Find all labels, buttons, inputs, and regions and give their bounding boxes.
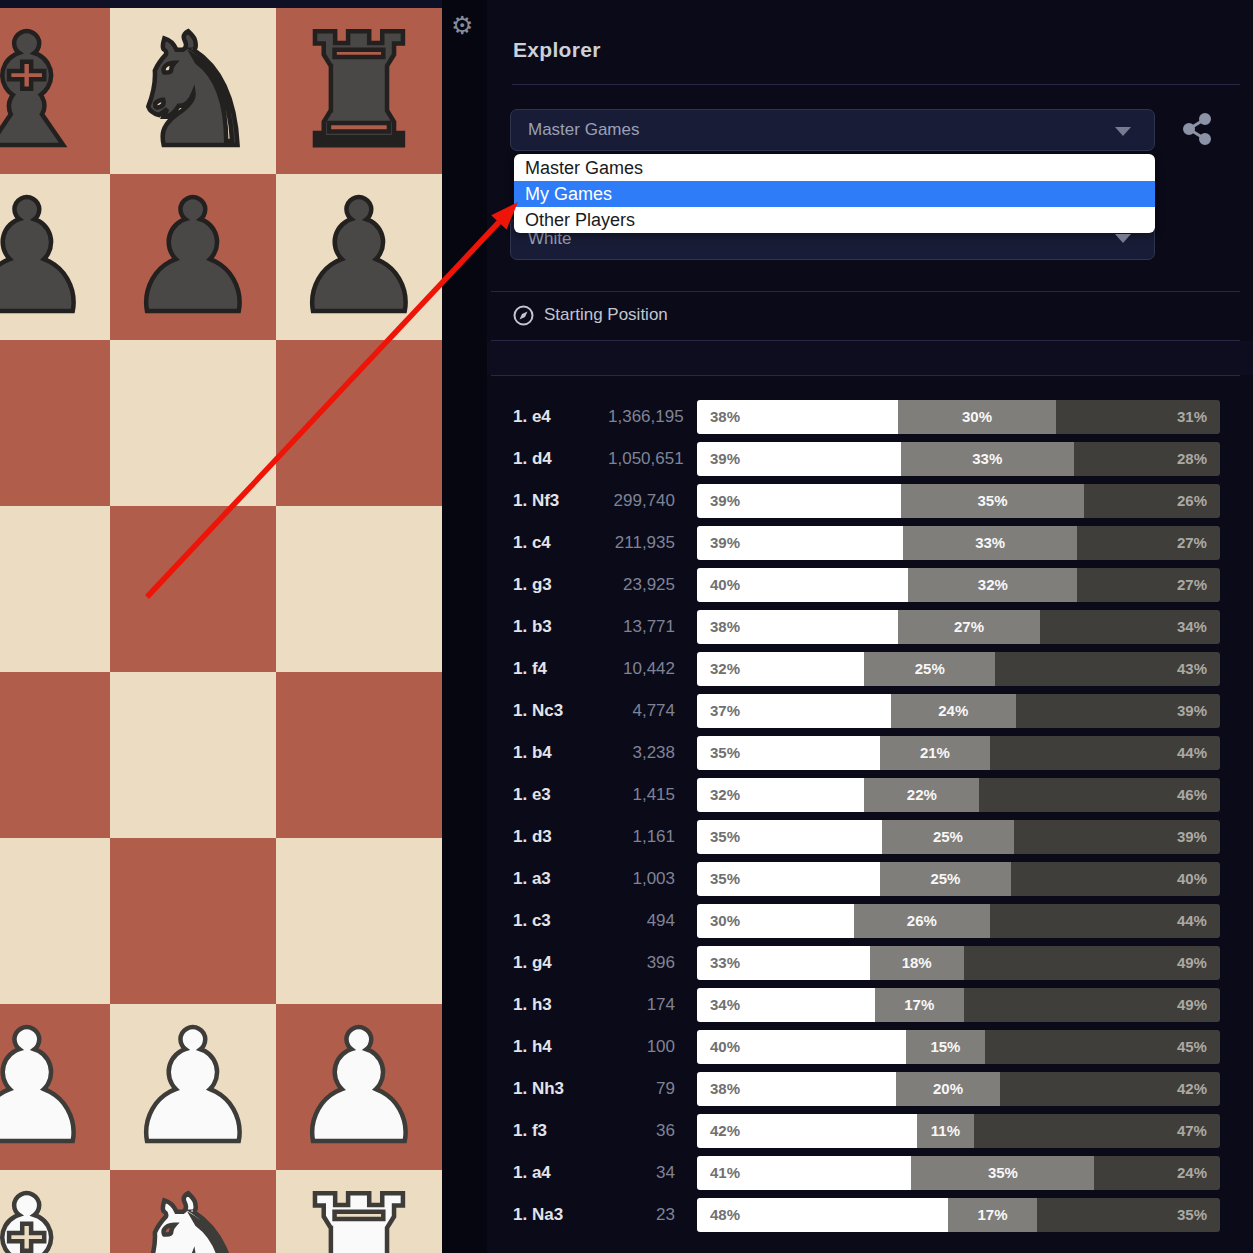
- dropdown-option-my-games[interactable]: My Games: [514, 181, 1155, 207]
- draw-segment: 11%: [917, 1114, 975, 1148]
- draw-segment: 25%: [864, 652, 995, 686]
- move-label: 1. a4: [513, 1163, 608, 1183]
- move-row-1c4[interactable]: 1. c4211,93539%33%27%: [487, 522, 1253, 564]
- move-label: 1. h4: [513, 1037, 608, 1057]
- games-count: 10,442: [608, 659, 675, 679]
- dropdown-option-master-games[interactable]: Master Games: [514, 155, 1155, 181]
- square-h2[interactable]: ♟: [276, 1004, 442, 1170]
- square-h6[interactable]: [276, 340, 442, 506]
- move-label: 1. e3: [513, 785, 608, 805]
- piece-black-pawn[interactable]: ♟: [123, 174, 263, 340]
- board-panel-gap: ⚙: [442, 0, 487, 1253]
- piece-white-pawn[interactable]: ♟: [123, 1004, 263, 1170]
- piece-black-pawn[interactable]: ♟: [0, 174, 97, 340]
- result-bar: 34%17%49%: [697, 988, 1220, 1022]
- result-bar: 38%30%31%: [697, 400, 1220, 434]
- result-bar: 40%32%27%: [697, 568, 1220, 602]
- games-count: 494: [608, 911, 675, 931]
- games-count: 1,161: [608, 827, 675, 847]
- black-win-segment: 31%: [1056, 400, 1220, 434]
- black-win-segment: 39%: [1016, 694, 1220, 728]
- square-f8[interactable]: ♝: [0, 8, 110, 174]
- games-count: 211,935: [608, 533, 675, 553]
- draw-segment: 17%: [948, 1198, 1037, 1232]
- source-select[interactable]: Master Games: [510, 109, 1155, 151]
- black-win-segment: 28%: [1074, 442, 1220, 476]
- move-row-1d3[interactable]: 1. d31,16135%25%39%: [487, 816, 1253, 858]
- square-f4[interactable]: [0, 672, 110, 838]
- white-win-segment: 48%: [697, 1198, 948, 1232]
- white-win-segment: 33%: [697, 946, 870, 980]
- white-win-segment: 40%: [697, 568, 908, 602]
- table-header-band: [487, 341, 1253, 375]
- games-count: 34: [608, 1163, 675, 1183]
- move-label: 1. g3: [513, 575, 608, 595]
- result-bar: 41%35%24%: [697, 1156, 1220, 1190]
- white-win-segment: 39%: [697, 526, 903, 560]
- square-f5[interactable]: [0, 506, 110, 672]
- move-label: 1. b3: [513, 617, 608, 637]
- white-win-segment: 40%: [697, 1030, 906, 1064]
- black-win-segment: 24%: [1094, 1156, 1220, 1190]
- square-h1[interactable]: ♜: [276, 1170, 442, 1253]
- black-win-segment: 35%: [1037, 1198, 1220, 1232]
- move-label: 1. d3: [513, 827, 608, 847]
- result-bar: 37%24%39%: [697, 694, 1220, 728]
- result-bar: 38%27%34%: [697, 610, 1220, 644]
- compass-icon: [513, 305, 534, 326]
- move-row-1c3[interactable]: 1. c349430%26%44%: [487, 900, 1253, 942]
- move-row-1Nh3[interactable]: 1. Nh37938%20%42%: [487, 1068, 1253, 1110]
- draw-segment: 35%: [911, 1156, 1094, 1190]
- move-label: 1. c3: [513, 911, 608, 931]
- games-count: 4,774: [608, 701, 675, 721]
- black-win-segment: 49%: [964, 946, 1220, 980]
- piece-white-pawn[interactable]: ♟: [0, 1004, 97, 1170]
- draw-segment: 18%: [870, 946, 964, 980]
- square-g2[interactable]: ♟: [110, 1004, 276, 1170]
- move-row-1a4[interactable]: 1. a43441%35%24%: [487, 1152, 1253, 1194]
- starting-position-row[interactable]: Starting Position: [513, 303, 668, 327]
- chess-board[interactable]: ♜♞♝♛♚♝♞♜♟♟♟♟♟♟♟♟♟♟♟♟♟♟♟♟♜♞♝♛♚♝♞♜: [0, 8, 442, 1253]
- result-bar: 35%21%44%: [697, 736, 1220, 770]
- result-bar: 48%17%35%: [697, 1198, 1220, 1232]
- move-row-1g4[interactable]: 1. g439633%18%49%: [487, 942, 1253, 984]
- draw-segment: 25%: [882, 820, 1014, 854]
- black-win-segment: 26%: [1084, 484, 1220, 518]
- result-bar: 32%22%46%: [697, 778, 1220, 812]
- move-row-1b4[interactable]: 1. b43,23835%21%44%: [487, 732, 1253, 774]
- move-label: 1. Nh3: [513, 1079, 608, 1099]
- piece-white-pawn[interactable]: ♟: [289, 1004, 429, 1170]
- move-label: 1. d4: [513, 449, 608, 469]
- source-select-dropdown: Master GamesMy GamesOther Players: [514, 154, 1155, 233]
- piece-white-rook[interactable]: ♜: [289, 1170, 429, 1253]
- draw-segment: 32%: [908, 568, 1077, 602]
- black-win-segment: 42%: [1000, 1072, 1220, 1106]
- move-row-1f4[interactable]: 1. f410,44232%25%43%: [487, 648, 1253, 690]
- draw-segment: 20%: [896, 1072, 1001, 1106]
- move-row-1b3[interactable]: 1. b313,77138%27%34%: [487, 606, 1253, 648]
- black-win-segment: 44%: [990, 904, 1220, 938]
- move-row-1g3[interactable]: 1. g323,92540%32%27%: [487, 564, 1253, 606]
- result-bar: 35%25%39%: [697, 820, 1220, 854]
- black-win-segment: 34%: [1040, 610, 1220, 644]
- square-g3[interactable]: [110, 838, 276, 1004]
- move-row-1Nc3[interactable]: 1. Nc34,77437%24%39%: [487, 690, 1253, 732]
- white-win-segment: 38%: [697, 400, 898, 434]
- result-bar: 32%25%43%: [697, 652, 1220, 686]
- white-win-segment: 39%: [697, 442, 901, 476]
- games-count: 3,238: [608, 743, 675, 763]
- move-label: 1. f4: [513, 659, 608, 679]
- move-label: 1. b4: [513, 743, 608, 763]
- black-win-segment: 44%: [990, 736, 1220, 770]
- draw-segment: 24%: [891, 694, 1017, 728]
- black-win-segment: 27%: [1077, 526, 1220, 560]
- square-f3[interactable]: [0, 838, 110, 1004]
- white-win-segment: 32%: [697, 778, 864, 812]
- source-select-value: Master Games: [528, 120, 639, 139]
- games-count: 79: [608, 1079, 675, 1099]
- draw-segment: 33%: [901, 442, 1074, 476]
- divider: [512, 84, 1240, 85]
- white-win-segment: 42%: [697, 1114, 917, 1148]
- white-win-segment: 30%: [697, 904, 854, 938]
- chess-board-viewport: ♜♞♝♛♚♝♞♜♟♟♟♟♟♟♟♟♟♟♟♟♟♟♟♟♜♞♝♛♚♝♞♜: [0, 0, 442, 1253]
- games-count: 1,003: [608, 869, 675, 889]
- games-count: 23,925: [608, 575, 675, 595]
- draw-segment: 35%: [901, 484, 1084, 518]
- move-row-1e4[interactable]: 1. e41,366,19538%30%31%: [487, 396, 1253, 438]
- page-title: Explorer: [513, 38, 601, 62]
- share-icon[interactable]: [1183, 113, 1213, 149]
- games-count: 100: [608, 1037, 675, 1057]
- white-win-segment: 37%: [697, 694, 891, 728]
- piece-black-pawn[interactable]: ♟: [289, 174, 429, 340]
- square-f1[interactable]: ♝: [0, 1170, 110, 1253]
- black-win-segment: 40%: [1011, 862, 1220, 896]
- square-g1[interactable]: ♞: [110, 1170, 276, 1253]
- games-count: 36: [608, 1121, 675, 1141]
- games-count: 299,740: [608, 491, 675, 511]
- move-row-1h4[interactable]: 1. h410040%15%45%: [487, 1026, 1253, 1068]
- starting-position-label: Starting Position: [544, 305, 668, 325]
- result-bar: 39%33%28%: [697, 442, 1220, 476]
- move-row-1h3[interactable]: 1. h317434%17%49%: [487, 984, 1253, 1026]
- move-row-1d4[interactable]: 1. d41,050,65139%33%28%: [487, 438, 1253, 480]
- move-label: 1. g4: [513, 953, 608, 973]
- draw-segment: 33%: [903, 526, 1077, 560]
- square-f7[interactable]: ♟: [0, 174, 110, 340]
- result-bar: 35%25%40%: [697, 862, 1220, 896]
- move-label: 1. e4: [513, 407, 608, 427]
- move-row-1a3[interactable]: 1. a31,00335%25%40%: [487, 858, 1253, 900]
- white-win-segment: 35%: [697, 862, 880, 896]
- white-win-segment: 35%: [697, 736, 880, 770]
- result-bar: 42%11%47%: [697, 1114, 1220, 1148]
- draw-segment: 22%: [864, 778, 979, 812]
- divider: [491, 375, 1240, 376]
- games-count: 13,771: [608, 617, 675, 637]
- draw-segment: 27%: [898, 610, 1041, 644]
- result-bar: 30%26%44%: [697, 904, 1220, 938]
- draw-segment: 30%: [898, 400, 1056, 434]
- dropdown-option-other-players[interactable]: Other Players: [514, 207, 1155, 233]
- move-label: 1. f3: [513, 1121, 608, 1141]
- square-f2[interactable]: ♟: [0, 1004, 110, 1170]
- move-label: 1. c4: [513, 533, 608, 553]
- square-g6[interactable]: [110, 340, 276, 506]
- result-bar: 33%18%49%: [697, 946, 1220, 980]
- square-f6[interactable]: [0, 340, 110, 506]
- games-count: 174: [608, 995, 675, 1015]
- move-row-1Nf3[interactable]: 1. Nf3299,74039%35%26%: [487, 480, 1253, 522]
- draw-segment: 26%: [854, 904, 990, 938]
- explorer-panel: Explorer Master Games Master GamesMy Gam…: [487, 0, 1253, 1253]
- black-win-segment: 43%: [995, 652, 1220, 686]
- move-label: 1. a3: [513, 869, 608, 889]
- games-count: 396: [608, 953, 675, 973]
- white-win-segment: 39%: [697, 484, 901, 518]
- result-bar: 38%20%42%: [697, 1072, 1220, 1106]
- white-win-segment: 41%: [697, 1156, 911, 1190]
- white-win-segment: 32%: [697, 652, 864, 686]
- square-g4[interactable]: [110, 672, 276, 838]
- games-count: 23: [608, 1205, 675, 1225]
- move-label: 1. Na3: [513, 1205, 608, 1225]
- move-label: 1. h3: [513, 995, 608, 1015]
- black-win-segment: 47%: [974, 1114, 1220, 1148]
- result-bar: 39%35%26%: [697, 484, 1220, 518]
- square-h5[interactable]: [276, 506, 442, 672]
- black-win-segment: 46%: [979, 778, 1220, 812]
- square-g8[interactable]: ♞: [110, 8, 276, 174]
- result-bar: 40%15%45%: [697, 1030, 1220, 1064]
- white-win-segment: 38%: [697, 1072, 896, 1106]
- square-h8[interactable]: ♜: [276, 8, 442, 174]
- piece-white-bishop[interactable]: ♝: [0, 1170, 97, 1253]
- square-h4[interactable]: [276, 672, 442, 838]
- white-win-segment: 34%: [697, 988, 875, 1022]
- piece-white-knight[interactable]: ♞: [123, 1170, 263, 1253]
- move-row-1f3[interactable]: 1. f33642%11%47%: [487, 1110, 1253, 1152]
- piece-black-rook[interactable]: ♜: [289, 8, 429, 174]
- moves-table: 1. e41,366,19538%30%31%1. d41,050,65139%…: [487, 396, 1253, 1236]
- square-h7[interactable]: ♟: [276, 174, 442, 340]
- black-win-segment: 45%: [985, 1030, 1220, 1064]
- gear-icon[interactable]: ⚙: [451, 11, 473, 41]
- piece-black-bishop[interactable]: ♝: [0, 8, 97, 174]
- square-h3[interactable]: [276, 838, 442, 1004]
- divider: [491, 291, 1240, 292]
- square-g7[interactable]: ♟: [110, 174, 276, 340]
- white-win-segment: 35%: [697, 820, 882, 854]
- black-win-segment: 39%: [1014, 820, 1220, 854]
- games-count: 1,415: [608, 785, 675, 805]
- move-row-1e3[interactable]: 1. e31,41532%22%46%: [487, 774, 1253, 816]
- draw-segment: 21%: [880, 736, 990, 770]
- games-count: 1,050,651: [608, 449, 675, 469]
- move-row-1Na3[interactable]: 1. Na32348%17%35%: [487, 1194, 1253, 1236]
- draw-segment: 15%: [906, 1030, 984, 1064]
- result-bar: 39%33%27%: [697, 526, 1220, 560]
- move-label: 1. Nf3: [513, 491, 608, 511]
- square-g5[interactable]: [110, 506, 276, 672]
- white-win-segment: 38%: [697, 610, 898, 644]
- draw-segment: 25%: [880, 862, 1011, 896]
- black-win-segment: 27%: [1077, 568, 1220, 602]
- move-label: 1. Nc3: [513, 701, 608, 721]
- black-win-segment: 49%: [964, 988, 1220, 1022]
- draw-segment: 17%: [875, 988, 964, 1022]
- piece-black-knight[interactable]: ♞: [123, 8, 263, 174]
- games-count: 1,366,195: [608, 407, 675, 427]
